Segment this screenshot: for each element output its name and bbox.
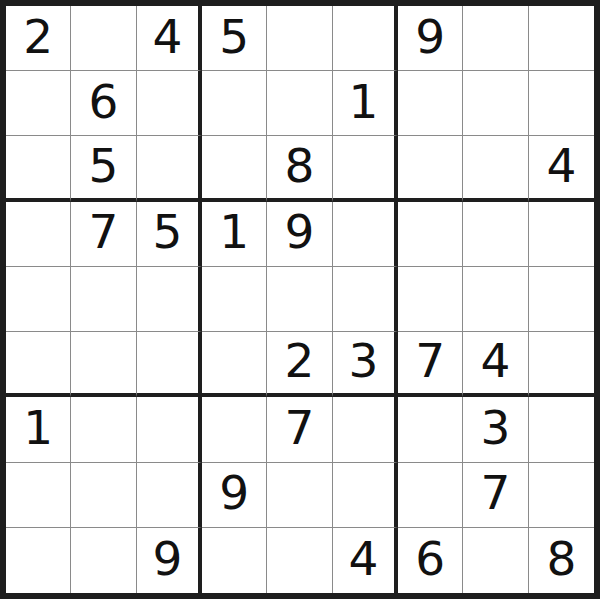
cell-r8c7[interactable] xyxy=(398,463,463,528)
cell-r5c8[interactable] xyxy=(463,267,528,332)
cell-r7c5[interactable]: 7 xyxy=(267,397,332,462)
cell-r2c1[interactable] xyxy=(6,71,71,136)
cell-r1c8[interactable] xyxy=(463,6,528,71)
cell-r8c5[interactable] xyxy=(267,463,332,528)
cell-r9c9[interactable]: 8 xyxy=(529,528,594,593)
cell-r5c6[interactable] xyxy=(333,267,398,332)
cell-r1c1[interactable]: 2 xyxy=(6,6,71,71)
cell-r9c6[interactable]: 4 xyxy=(333,528,398,593)
cell-r6c8[interactable]: 4 xyxy=(463,332,528,397)
cell-r8c3[interactable] xyxy=(137,463,202,528)
cell-r1c9[interactable] xyxy=(529,6,594,71)
cell-r3c3[interactable] xyxy=(137,136,202,201)
cell-r4c6[interactable] xyxy=(333,202,398,267)
cell-r5c5[interactable] xyxy=(267,267,332,332)
cell-r2c6[interactable]: 1 xyxy=(333,71,398,136)
cell-r3c6[interactable] xyxy=(333,136,398,201)
cell-r4c7[interactable] xyxy=(398,202,463,267)
cell-r2c7[interactable] xyxy=(398,71,463,136)
cell-r9c3[interactable]: 9 xyxy=(137,528,202,593)
sudoku-page: 24596158475192374173979468 xyxy=(0,0,600,599)
cell-r9c7[interactable]: 6 xyxy=(398,528,463,593)
cell-r2c8[interactable] xyxy=(463,71,528,136)
cell-r8c9[interactable] xyxy=(529,463,594,528)
cell-r3c1[interactable] xyxy=(6,136,71,201)
cell-r4c1[interactable] xyxy=(6,202,71,267)
cell-r3c7[interactable] xyxy=(398,136,463,201)
cell-r6c3[interactable] xyxy=(137,332,202,397)
cell-r6c2[interactable] xyxy=(71,332,136,397)
cell-r2c4[interactable] xyxy=(202,71,267,136)
cell-r3c4[interactable] xyxy=(202,136,267,201)
cell-r1c3[interactable]: 4 xyxy=(137,6,202,71)
cell-r7c9[interactable] xyxy=(529,397,594,462)
cell-r1c5[interactable] xyxy=(267,6,332,71)
cell-r5c3[interactable] xyxy=(137,267,202,332)
cell-r3c5[interactable]: 8 xyxy=(267,136,332,201)
cell-r4c2[interactable]: 7 xyxy=(71,202,136,267)
cell-r9c8[interactable] xyxy=(463,528,528,593)
cell-r4c4[interactable]: 1 xyxy=(202,202,267,267)
cell-r7c4[interactable] xyxy=(202,397,267,462)
cell-r7c3[interactable] xyxy=(137,397,202,462)
cell-r3c9[interactable]: 4 xyxy=(529,136,594,201)
cell-r9c5[interactable] xyxy=(267,528,332,593)
cell-r6c9[interactable] xyxy=(529,332,594,397)
cell-r5c7[interactable] xyxy=(398,267,463,332)
cell-r4c8[interactable] xyxy=(463,202,528,267)
cell-r5c2[interactable] xyxy=(71,267,136,332)
cell-r3c8[interactable] xyxy=(463,136,528,201)
cell-r2c3[interactable] xyxy=(137,71,202,136)
cell-r2c9[interactable] xyxy=(529,71,594,136)
cell-r1c7[interactable]: 9 xyxy=(398,6,463,71)
cell-r6c6[interactable]: 3 xyxy=(333,332,398,397)
cell-r4c9[interactable] xyxy=(529,202,594,267)
cell-r6c4[interactable] xyxy=(202,332,267,397)
cell-r2c2[interactable]: 6 xyxy=(71,71,136,136)
cell-r5c1[interactable] xyxy=(6,267,71,332)
cell-r5c4[interactable] xyxy=(202,267,267,332)
cell-r6c5[interactable]: 2 xyxy=(267,332,332,397)
cell-r1c2[interactable] xyxy=(71,6,136,71)
cell-r7c2[interactable] xyxy=(71,397,136,462)
cell-r5c9[interactable] xyxy=(529,267,594,332)
cell-r9c2[interactable] xyxy=(71,528,136,593)
cell-r8c6[interactable] xyxy=(333,463,398,528)
cell-r3c2[interactable]: 5 xyxy=(71,136,136,201)
cell-r2c5[interactable] xyxy=(267,71,332,136)
cell-r7c7[interactable] xyxy=(398,397,463,462)
cell-r1c4[interactable]: 5 xyxy=(202,6,267,71)
cell-r4c3[interactable]: 5 xyxy=(137,202,202,267)
cell-r6c1[interactable] xyxy=(6,332,71,397)
cell-r8c8[interactable]: 7 xyxy=(463,463,528,528)
cell-r9c4[interactable] xyxy=(202,528,267,593)
cell-r8c2[interactable] xyxy=(71,463,136,528)
cell-r9c1[interactable] xyxy=(6,528,71,593)
cell-r6c7[interactable]: 7 xyxy=(398,332,463,397)
cell-r7c1[interactable]: 1 xyxy=(6,397,71,462)
cell-r8c4[interactable]: 9 xyxy=(202,463,267,528)
cell-r8c1[interactable] xyxy=(6,463,71,528)
cell-r7c6[interactable] xyxy=(333,397,398,462)
cell-r1c6[interactable] xyxy=(333,6,398,71)
cell-r4c5[interactable]: 9 xyxy=(267,202,332,267)
sudoku-board: 24596158475192374173979468 xyxy=(0,0,600,599)
cell-r7c8[interactable]: 3 xyxy=(463,397,528,462)
